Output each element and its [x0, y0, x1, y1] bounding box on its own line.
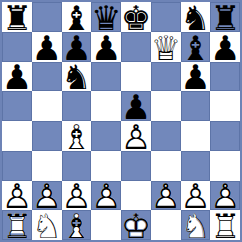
square-d1[interactable] [91, 210, 121, 240]
square-h7[interactable]: ♟ [210, 32, 240, 62]
white-rook[interactable]: ♜♖ [2, 210, 32, 240]
square-b4[interactable] [32, 121, 62, 151]
black-rook[interactable]: ♜ [2, 2, 32, 32]
square-a4[interactable] [2, 121, 32, 151]
square-e7[interactable] [121, 32, 151, 62]
square-f7[interactable]: ♛♕ [151, 32, 181, 62]
square-h6[interactable] [210, 62, 240, 92]
white-bishop[interactable]: ♝♗ [62, 121, 92, 151]
piece-outline-glyph: ♔ [121, 211, 151, 241]
white-bishop[interactable]: ♝♗ [62, 210, 92, 240]
white-pawn[interactable]: ♟♙ [121, 121, 151, 151]
square-a6[interactable]: ♟ [2, 62, 32, 92]
piece-outline-glyph: ♙ [91, 182, 121, 212]
piece-glyph: ♞ [62, 63, 92, 93]
white-knight[interactable]: ♞♘ [181, 210, 211, 240]
piece-outline-glyph: ♗ [62, 122, 92, 152]
square-a5[interactable] [2, 91, 32, 121]
square-h4[interactable] [210, 121, 240, 151]
square-c6[interactable]: ♞ [62, 62, 92, 92]
white-knight[interactable]: ♞♘ [32, 210, 62, 240]
piece-glyph: ♜ [2, 3, 32, 33]
square-a1[interactable]: ♜♖ [2, 210, 32, 240]
white-queen[interactable]: ♛♕ [151, 32, 181, 62]
square-f2[interactable]: ♟♙ [151, 181, 181, 211]
black-knight[interactable]: ♞ [62, 62, 92, 92]
piece-outline-glyph: ♖ [2, 211, 32, 241]
square-h5[interactable] [210, 91, 240, 121]
piece-glyph: ♟ [91, 33, 121, 63]
white-pawn[interactable]: ♟♙ [91, 181, 121, 211]
square-f4[interactable] [151, 121, 181, 151]
square-g4[interactable] [181, 121, 211, 151]
square-b1[interactable]: ♞♘ [32, 210, 62, 240]
square-c4[interactable]: ♝♗ [62, 121, 92, 151]
square-d4[interactable] [91, 121, 121, 151]
square-e3[interactable] [121, 151, 151, 181]
square-b7[interactable]: ♟ [32, 32, 62, 62]
piece-outline-glyph: ♕ [151, 33, 181, 63]
piece-outline-glyph: ♖ [210, 211, 240, 241]
piece-outline-glyph: ♙ [151, 182, 181, 212]
square-f5[interactable] [151, 91, 181, 121]
piece-outline-glyph: ♘ [32, 211, 62, 241]
piece-outline-glyph: ♘ [181, 211, 211, 241]
black-pawn[interactable]: ♟ [181, 62, 211, 92]
piece-glyph: ♟ [181, 63, 211, 93]
black-pawn[interactable]: ♟ [210, 32, 240, 62]
square-c1[interactable]: ♝♗ [62, 210, 92, 240]
piece-glyph: ♟ [32, 33, 62, 63]
black-king[interactable]: ♚ [121, 2, 151, 32]
square-f1[interactable] [151, 210, 181, 240]
square-b5[interactable] [32, 91, 62, 121]
white-rook[interactable]: ♜♖ [210, 210, 240, 240]
square-d6[interactable] [91, 62, 121, 92]
square-d2[interactable]: ♟♙ [91, 181, 121, 211]
black-pawn[interactable]: ♟ [91, 32, 121, 62]
square-h1[interactable]: ♜♖ [210, 210, 240, 240]
square-g5[interactable] [181, 91, 211, 121]
square-d5[interactable] [91, 91, 121, 121]
piece-glyph: ♟ [2, 63, 32, 93]
white-pawn[interactable]: ♟♙ [151, 181, 181, 211]
chess-board: ♜♝♛♚♞♜♟♟♟♛♕♝♟♟♞♟♟♝♗♟♙♟♙♟♙♟♙♟♙♟♙♟♙♟♙♜♖♞♘♝… [0, 0, 242, 242]
black-pawn[interactable]: ♟ [2, 62, 32, 92]
square-a8[interactable]: ♜ [2, 2, 32, 32]
white-king[interactable]: ♚♔ [121, 210, 151, 240]
piece-outline-glyph: ♗ [62, 211, 92, 241]
square-e4[interactable]: ♟♙ [121, 121, 151, 151]
piece-glyph: ♚ [121, 3, 151, 33]
square-e8[interactable]: ♚ [121, 2, 151, 32]
square-f6[interactable] [151, 62, 181, 92]
piece-outline-glyph: ♙ [121, 122, 151, 152]
piece-glyph: ♟ [210, 33, 240, 63]
square-d7[interactable]: ♟ [91, 32, 121, 62]
square-g6[interactable]: ♟ [181, 62, 211, 92]
square-b6[interactable] [32, 62, 62, 92]
black-pawn[interactable]: ♟ [32, 32, 62, 62]
square-g1[interactable]: ♞♘ [181, 210, 211, 240]
square-e1[interactable]: ♚♔ [121, 210, 151, 240]
